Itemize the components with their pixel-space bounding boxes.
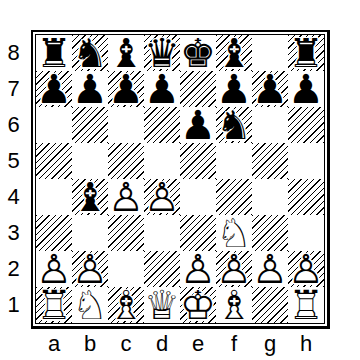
rank-label-4: 4 (0, 179, 27, 215)
file-label-c: c (108, 330, 144, 358)
white-bishop-c1[interactable]: ♝♗ (108, 287, 144, 323)
piece-glyph: ♝ (72, 179, 108, 215)
black-knight-f6[interactable]: ♞♞ (216, 107, 252, 143)
white-rook-a1[interactable]: ♜♖ (36, 287, 72, 323)
square-d7[interactable]: ♟♟ (144, 71, 180, 107)
file-labels: abcdefgh (36, 330, 324, 358)
board-inner: ♜♜♞♞♝♝♛♛♚♚♝♝♜♜♟♟♟♟♟♟♟♟♟♟♟♟♟♟♟♟♞♞♝♝♟♙♟♙♞♘… (35, 34, 325, 324)
piece-glyph: ♚ (180, 35, 216, 71)
rank-label-5: 5 (0, 143, 27, 179)
file-label-h: h (288, 330, 324, 358)
piece-glyph: ♟ (180, 107, 216, 143)
piece-glyph: ♗ (216, 287, 252, 323)
piece-glyph: ♟ (36, 71, 72, 107)
piece-glyph: ♔ (180, 287, 216, 323)
piece-glyph: ♖ (36, 287, 72, 323)
white-pawn-d4[interactable]: ♟♙ (144, 179, 180, 215)
square-h6[interactable] (288, 107, 324, 143)
square-e4[interactable] (180, 179, 216, 215)
square-g1[interactable] (252, 287, 288, 323)
piece-glyph: ♙ (144, 179, 180, 215)
rank-label-2: 2 (0, 251, 27, 287)
white-knight-b1[interactable]: ♞♘ (72, 287, 108, 323)
piece-glyph: ♟ (288, 71, 324, 107)
board-frame: ♜♜♞♞♝♝♛♛♚♚♝♝♜♜♟♟♟♟♟♟♟♟♟♟♟♟♟♟♟♟♞♞♝♝♟♙♟♙♞♘… (31, 30, 330, 329)
square-a7[interactable]: ♟♟ (36, 71, 72, 107)
chessboard: ♜♜♞♞♝♝♛♛♚♚♝♝♜♜♟♟♟♟♟♟♟♟♟♟♟♟♟♟♟♟♞♞♝♝♟♙♟♙♞♘… (36, 35, 324, 323)
piece-glyph: ♘ (72, 287, 108, 323)
file-label-a: a (36, 330, 72, 358)
black-pawn-g7[interactable]: ♟♟ (252, 71, 288, 107)
square-b4[interactable]: ♝♝ (72, 179, 108, 215)
square-g5[interactable] (252, 143, 288, 179)
square-h5[interactable] (288, 143, 324, 179)
square-a1[interactable]: ♜♖ (36, 287, 72, 323)
rank-label-8: 8 (0, 35, 27, 71)
square-a5[interactable] (36, 143, 72, 179)
square-h4[interactable] (288, 179, 324, 215)
white-bishop-f1[interactable]: ♝♗ (216, 287, 252, 323)
square-e6[interactable]: ♟♟ (180, 107, 216, 143)
white-queen-d1[interactable]: ♛♕ (144, 287, 180, 323)
rank-labels: 87654321 (0, 35, 27, 323)
square-c3[interactable] (108, 215, 144, 251)
black-pawn-e6[interactable]: ♟♟ (180, 107, 216, 143)
square-b1[interactable]: ♞♘ (72, 287, 108, 323)
square-e8[interactable]: ♚♚ (180, 35, 216, 71)
white-pawn-g2[interactable]: ♟♙ (252, 251, 288, 287)
file-label-f: f (216, 330, 252, 358)
square-c1[interactable]: ♝♗ (108, 287, 144, 323)
file-label-d: d (144, 330, 180, 358)
square-h1[interactable]: ♜♖ (288, 287, 324, 323)
square-f1[interactable]: ♝♗ (216, 287, 252, 323)
square-f6[interactable]: ♞♞ (216, 107, 252, 143)
square-c7[interactable]: ♟♟ (108, 71, 144, 107)
square-c6[interactable] (108, 107, 144, 143)
square-a4[interactable] (36, 179, 72, 215)
white-rook-h1[interactable]: ♜♖ (288, 287, 324, 323)
black-pawn-a7[interactable]: ♟♟ (36, 71, 72, 107)
black-bishop-b4[interactable]: ♝♝ (72, 179, 108, 215)
piece-glyph: ♟ (252, 71, 288, 107)
white-pawn-c4[interactable]: ♟♙ (108, 179, 144, 215)
black-pawn-c7[interactable]: ♟♟ (108, 71, 144, 107)
black-pawn-h7[interactable]: ♟♟ (288, 71, 324, 107)
square-b7[interactable]: ♟♟ (72, 71, 108, 107)
square-h7[interactable]: ♟♟ (288, 71, 324, 107)
rank-label-3: 3 (0, 215, 27, 251)
square-d1[interactable]: ♛♕ (144, 287, 180, 323)
square-g4[interactable] (252, 179, 288, 215)
black-king-e8[interactable]: ♚♚ (180, 35, 216, 71)
piece-glyph: ♟ (144, 71, 180, 107)
file-label-e: e (180, 330, 216, 358)
piece-glyph: ♙ (108, 179, 144, 215)
square-e1[interactable]: ♚♔ (180, 287, 216, 323)
chess-diagram: 87654321 ♜♜♞♞♝♝♛♛♚♚♝♝♜♜♟♟♟♟♟♟♟♟♟♟♟♟♟♟♟♟♞… (0, 0, 360, 360)
piece-glyph: ♙ (252, 251, 288, 287)
square-e5[interactable] (180, 143, 216, 179)
black-pawn-d7[interactable]: ♟♟ (144, 71, 180, 107)
square-d4[interactable]: ♟♙ (144, 179, 180, 215)
rank-label-7: 7 (0, 71, 27, 107)
square-b6[interactable] (72, 107, 108, 143)
piece-glyph: ♕ (144, 287, 180, 323)
file-label-g: g (252, 330, 288, 358)
square-a6[interactable] (36, 107, 72, 143)
square-g2[interactable]: ♟♙ (252, 251, 288, 287)
piece-glyph: ♟ (108, 71, 144, 107)
square-f5[interactable] (216, 143, 252, 179)
black-pawn-b7[interactable]: ♟♟ (72, 71, 108, 107)
file-label-b: b (72, 330, 108, 358)
square-g6[interactable] (252, 107, 288, 143)
white-king-e1[interactable]: ♚♔ (180, 287, 216, 323)
piece-glyph: ♖ (288, 287, 324, 323)
square-d3[interactable] (144, 215, 180, 251)
piece-glyph: ♞ (216, 107, 252, 143)
piece-glyph: ♟ (72, 71, 108, 107)
piece-glyph: ♗ (108, 287, 144, 323)
square-c4[interactable]: ♟♙ (108, 179, 144, 215)
square-d6[interactable] (144, 107, 180, 143)
rank-label-1: 1 (0, 287, 27, 323)
rank-label-6: 6 (0, 107, 27, 143)
square-g7[interactable]: ♟♟ (252, 71, 288, 107)
